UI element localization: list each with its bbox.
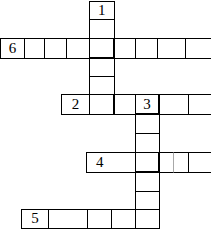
word-6-across-cell-4[interactable] [89,38,113,59]
word-6-across-cell-3[interactable] [66,38,89,59]
word-6-across-cell-0[interactable]: 6 [0,38,24,59]
word-5-across-cell-2[interactable] [87,209,111,229]
word-4-across-cell-3[interactable] [173,152,188,173]
clue-number-1: 1 [98,3,106,18]
clue-number-6: 6 [9,41,17,56]
word-5-across-cell-0[interactable]: 5 [21,209,48,229]
word-5-across-cell-3[interactable] [111,209,135,229]
word-3-down-cell-4[interactable] [135,171,160,191]
word-4-across-cell-2[interactable] [158,152,173,173]
word-6-across-cell-2[interactable] [44,38,66,59]
clue-number-4: 4 [96,155,104,170]
clue-number-5: 5 [31,211,39,226]
word-6-across-cell-5[interactable] [113,38,135,59]
word-5-across-cell-4[interactable] [135,209,160,229]
word-5-across: 5 [21,209,160,229]
word-6-across: 6 [0,38,211,59]
word-3-down-cell-1[interactable] [135,113,160,133]
word-2-across-cell-4[interactable] [158,94,188,115]
word-6-across-cell-1[interactable] [24,38,44,59]
word-1-down-cell-3[interactable] [89,57,115,76]
crossword-board: 162345 [0,0,211,229]
word-6-across-cell-7[interactable] [157,38,185,59]
word-1-down-cell-4[interactable] [89,76,115,94]
word-4-across-cell-4[interactable] [188,152,211,173]
word-3-down-cell-2[interactable] [135,133,160,152]
word-6-across-cell-6[interactable] [135,38,157,59]
word-1-down-cell-1[interactable] [89,19,115,38]
word-2-across-cell-1[interactable] [89,94,113,115]
word-2-across-cell-5[interactable] [188,94,211,115]
word-3-down-cell-0[interactable] [135,94,160,113]
word-4-across: 4 [86,152,211,173]
word-2-across-cell-2[interactable] [113,94,135,115]
word-3-down-cell-5[interactable] [135,191,160,209]
clue-number-2: 2 [72,97,80,112]
word-4-across-cell-0[interactable]: 4 [86,152,135,173]
word-5-across-cell-1[interactable] [48,209,87,229]
word-4-across-cell-1[interactable] [135,152,158,173]
word-1-down-cell-0[interactable]: 1 [89,1,115,19]
word-6-across-cell-8[interactable] [185,38,211,59]
word-2-across-cell-0[interactable]: 2 [61,94,89,115]
